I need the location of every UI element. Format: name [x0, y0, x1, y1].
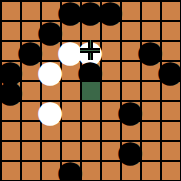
board-cell[interactable]: ● [80, 40, 100, 60]
board-cell[interactable] [80, 140, 100, 160]
board-cell[interactable] [100, 40, 120, 60]
board-cell[interactable] [20, 140, 40, 160]
board-cell[interactable] [60, 20, 80, 40]
board-cell[interactable] [80, 100, 100, 120]
board-cell[interactable] [160, 160, 180, 180]
board-cell[interactable] [120, 60, 140, 80]
board-cell[interactable] [20, 160, 40, 180]
board-cell[interactable] [40, 80, 60, 100]
board-cell[interactable] [20, 120, 40, 140]
board-cell[interactable] [120, 80, 140, 100]
board-cell[interactable] [0, 100, 20, 120]
board-cell[interactable] [140, 20, 160, 40]
board-cell[interactable]: ● [40, 20, 60, 40]
board-cell[interactable]: ● [60, 0, 80, 20]
green-square-marker [82, 82, 100, 100]
board-cell[interactable] [160, 0, 180, 20]
board-cell[interactable] [140, 120, 160, 140]
board-cell[interactable] [120, 20, 140, 40]
board-cell[interactable]: ● [160, 60, 180, 80]
board-cell[interactable] [80, 160, 100, 180]
board-cell[interactable]: ● [40, 60, 60, 80]
cross-marker-horizontal [80, 48, 100, 53]
board-cell[interactable] [140, 0, 160, 20]
board-cell[interactable] [0, 0, 20, 20]
board-cell[interactable] [100, 60, 120, 80]
board-cell[interactable] [40, 140, 60, 160]
board-cell[interactable] [0, 40, 20, 60]
board-cell[interactable] [0, 120, 20, 140]
board-cell[interactable] [40, 160, 60, 180]
board-cell[interactable]: ● [0, 80, 20, 100]
board-cell[interactable] [160, 100, 180, 120]
board-cell[interactable] [140, 60, 160, 80]
board-cell[interactable] [40, 40, 60, 60]
board-cell[interactable] [60, 80, 80, 100]
board-cell[interactable] [0, 160, 20, 180]
board-cell[interactable] [100, 20, 120, 40]
board-cell[interactable]: ● [100, 0, 120, 20]
board-cell[interactable] [60, 140, 80, 160]
board-cell[interactable] [100, 100, 120, 120]
board-cell[interactable] [20, 20, 40, 40]
board-cell[interactable] [120, 0, 140, 20]
board-cell[interactable] [140, 160, 160, 180]
board-cell[interactable]: ● [140, 40, 160, 60]
board-cell[interactable] [80, 80, 100, 100]
board-cell[interactable] [80, 120, 100, 140]
board-cell[interactable] [80, 20, 100, 40]
board-cell[interactable] [100, 80, 120, 100]
board-cell[interactable] [140, 140, 160, 160]
board-cell[interactable] [0, 140, 20, 160]
board-cell[interactable] [0, 20, 20, 40]
board-cell[interactable] [60, 60, 80, 80]
board-cell[interactable] [20, 60, 40, 80]
board-cell[interactable] [160, 40, 180, 60]
board-cell[interactable]: ● [0, 60, 20, 80]
board-cell[interactable] [60, 120, 80, 140]
board-cell[interactable] [140, 100, 160, 120]
board-cell[interactable]: ● [80, 60, 100, 80]
board-cell[interactable] [40, 120, 60, 140]
board-cell[interactable] [20, 0, 40, 20]
board-cell[interactable] [160, 120, 180, 140]
board-cell[interactable] [20, 80, 40, 100]
board-cell[interactable] [100, 120, 120, 140]
board-cell[interactable] [100, 160, 120, 180]
board-cell[interactable] [100, 140, 120, 160]
board-cell[interactable]: ● [80, 0, 100, 20]
board-cell[interactable] [160, 140, 180, 160]
board-cell[interactable]: ● [120, 100, 140, 120]
board-cell[interactable] [120, 160, 140, 180]
go-board: ●●●●●●●●●●●●●●●●● [0, 0, 181, 181]
board-cell[interactable] [120, 40, 140, 60]
board-cell[interactable] [20, 100, 40, 120]
board-cell[interactable] [160, 20, 180, 40]
board-cell[interactable] [40, 0, 60, 20]
board-cell[interactable]: ● [40, 100, 60, 120]
board-cell[interactable]: ● [60, 160, 80, 180]
board-cell[interactable] [160, 80, 180, 100]
board-cell[interactable]: ● [20, 40, 40, 60]
board-cell[interactable] [60, 100, 80, 120]
board-cell[interactable] [120, 120, 140, 140]
board-cell[interactable]: ● [120, 140, 140, 160]
board-cell[interactable] [140, 80, 160, 100]
board-cell[interactable]: ● [60, 40, 80, 60]
